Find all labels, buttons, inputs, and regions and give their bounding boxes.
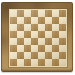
square-b4[interactable] — [17, 38, 24, 45]
square-d6[interactable] — [31, 24, 38, 31]
square-h3[interactable] — [59, 45, 66, 52]
square-c5[interactable] — [24, 31, 31, 38]
square-c4[interactable] — [24, 38, 31, 45]
square-e8[interactable] — [38, 10, 45, 17]
square-g5[interactable] — [52, 31, 59, 38]
square-f8[interactable] — [45, 10, 52, 17]
square-f3[interactable] — [45, 45, 52, 52]
square-d2[interactable] — [31, 52, 38, 59]
square-b5[interactable] — [17, 31, 24, 38]
square-e4[interactable] — [38, 38, 45, 45]
square-d7[interactable] — [31, 17, 38, 24]
square-f7[interactable] — [45, 17, 52, 24]
square-f6[interactable] — [45, 24, 52, 31]
chess-board-frame — [1, 2, 73, 72]
square-a4[interactable] — [10, 38, 17, 45]
square-d5[interactable] — [31, 31, 38, 38]
square-f5[interactable] — [45, 31, 52, 38]
square-g6[interactable] — [52, 24, 59, 31]
square-d8[interactable] — [31, 10, 38, 17]
square-g3[interactable] — [52, 45, 59, 52]
square-h5[interactable] — [59, 31, 66, 38]
square-b8[interactable] — [17, 10, 24, 17]
square-e7[interactable] — [38, 17, 45, 24]
square-g2[interactable] — [52, 52, 59, 59]
square-a5[interactable] — [10, 31, 17, 38]
square-a8[interactable] — [10, 10, 17, 17]
square-h2[interactable] — [59, 52, 66, 59]
square-h7[interactable] — [59, 17, 66, 24]
square-d4[interactable] — [31, 38, 38, 45]
square-b2[interactable] — [17, 52, 24, 59]
square-g1[interactable] — [52, 59, 59, 66]
square-h8[interactable] — [59, 10, 66, 17]
square-f2[interactable] — [45, 52, 52, 59]
square-g8[interactable] — [52, 10, 59, 17]
square-g7[interactable] — [52, 17, 59, 24]
square-e1[interactable] — [38, 59, 45, 66]
square-c8[interactable] — [24, 10, 31, 17]
square-c3[interactable] — [24, 45, 31, 52]
square-e2[interactable] — [38, 52, 45, 59]
square-c1[interactable] — [24, 59, 31, 66]
square-c7[interactable] — [24, 17, 31, 24]
square-f4[interactable] — [45, 38, 52, 45]
square-b7[interactable] — [17, 17, 24, 24]
square-b3[interactable] — [17, 45, 24, 52]
square-a2[interactable] — [10, 52, 17, 59]
square-g4[interactable] — [52, 38, 59, 45]
square-c2[interactable] — [24, 52, 31, 59]
square-a6[interactable] — [10, 24, 17, 31]
playing-area — [9, 9, 67, 67]
board-photo — [0, 0, 75, 75]
square-h1[interactable] — [59, 59, 66, 66]
square-c6[interactable] — [24, 24, 31, 31]
square-b6[interactable] — [17, 24, 24, 31]
square-e3[interactable] — [38, 45, 45, 52]
square-e5[interactable] — [38, 31, 45, 38]
square-h4[interactable] — [59, 38, 66, 45]
square-f1[interactable] — [45, 59, 52, 66]
square-d3[interactable] — [31, 45, 38, 52]
square-a1[interactable] — [10, 59, 17, 66]
square-h6[interactable] — [59, 24, 66, 31]
square-e6[interactable] — [38, 24, 45, 31]
square-a3[interactable] — [10, 45, 17, 52]
square-d1[interactable] — [31, 59, 38, 66]
square-b1[interactable] — [17, 59, 24, 66]
chess-board[interactable] — [10, 10, 66, 66]
square-a7[interactable] — [10, 17, 17, 24]
